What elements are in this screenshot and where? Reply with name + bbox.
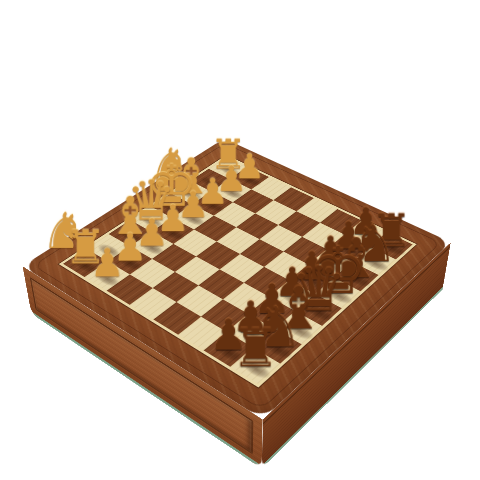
box-top-face: ♜♞♝♛♚♝♞♜♟♟♟♟♟♟♟♟♟♟♟♟♟♟♟♟♜♞♝♛♚♝♞♜ bbox=[22, 138, 450, 419]
product-photo-scene: ♜♞♝♛♚♝♞♜♟♟♟♟♟♟♟♟♟♟♟♟♟♟♟♟♜♞♝♛♚♝♞♜ bbox=[0, 0, 480, 480]
chess-box: ♜♞♝♛♚♝♞♜♟♟♟♟♟♟♟♟♟♟♟♟♟♟♟♟♜♞♝♛♚♝♞♜ bbox=[22, 138, 450, 419]
